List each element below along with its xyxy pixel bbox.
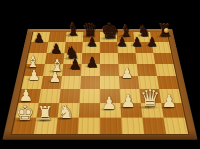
piece-white-rook-b1[interactable]: ♜ [36,104,53,123]
square-h5[interactable] [155,64,176,76]
square-g1[interactable] [142,118,166,134]
square-g5[interactable] [137,64,157,76]
square-e1[interactable] [100,118,122,134]
square-g6[interactable] [136,53,156,64]
square-f1[interactable] [121,118,144,134]
piece-white-pawn-a4[interactable]: ♟ [28,68,41,82]
piece-white-pawn-e2[interactable]: ♟ [101,95,116,112]
square-d4[interactable] [80,76,100,89]
piece-black-pawn-f7[interactable]: ♟ [117,36,128,48]
piece-black-pawn-c5[interactable]: ♟ [69,57,82,71]
piece-white-pawn-b4[interactable]: ♟ [49,70,62,84]
piece-black-pawn-d5[interactable]: ♟ [86,55,99,69]
piece-white-knight-c1[interactable]: ♞ [58,103,74,121]
piece-black-pawn-a7[interactable]: ♟ [34,32,45,44]
piece-black-pawn-d7[interactable]: ♟ [87,36,98,48]
piece-black-pawn-g7[interactable]: ♟ [132,36,143,48]
square-d1[interactable] [78,118,100,134]
piece-white-pawn-h2[interactable]: ♟ [161,93,176,110]
square-h1[interactable] [164,118,189,134]
piece-black-pawn-b6[interactable]: ♟ [50,42,62,55]
square-c4[interactable] [61,76,81,89]
board-corner-knob [164,28,169,33]
square-f6[interactable] [118,53,137,64]
piece-black-pawn-h7[interactable]: ♟ [147,36,158,48]
square-d3[interactable] [80,89,100,103]
square-e6[interactable] [100,53,118,64]
chess-app-window: ♝♛♚♝♞♜♟♟♟♟♟♟♞♟♟♝♝♟♟♟♟♟♟♛♟♚♜♞ [0,0,200,149]
square-h6[interactable] [153,53,173,64]
piece-white-pawn-f4[interactable]: ♟ [121,66,134,80]
